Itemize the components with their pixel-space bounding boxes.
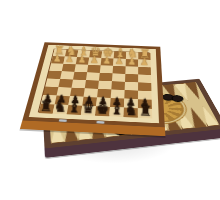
chess-frame: ♜♞♝♛♚♝♞♜♟♟♟♟♟♟♟♟♟♟♟♟♟♟♟♟♜♞♝♛♚♝♞♜	[22, 42, 165, 127]
chess-square: ♝	[109, 107, 124, 117]
chess-square: ♟	[113, 59, 126, 67]
chess-board: ♜♞♝♛♚♝♞♜♟♟♟♟♟♟♟♟♟♟♟♟♟♟♟♟♜♞♝♛♚♝♞♜	[38, 49, 151, 118]
backgammon-point	[197, 105, 220, 126]
chess-square: ♞	[124, 108, 138, 118]
chess-square: ♟	[138, 60, 151, 68]
chess-piece-pawn: ♟	[101, 56, 114, 66]
chess-square	[112, 73, 125, 81]
metal-clasp-icon	[59, 119, 67, 122]
chess-square: ♜	[138, 108, 152, 118]
chess-square: ♟	[126, 59, 139, 67]
chess-square	[99, 73, 113, 81]
chess-piece-king: ♚	[95, 101, 110, 116]
chess-piece-pawn: ♟	[63, 54, 76, 64]
chess-piece-pawn: ♟	[88, 55, 101, 65]
chess-piece-queen: ♛	[81, 101, 96, 116]
chess-square: ♟	[101, 58, 114, 66]
chess-piece-pawn: ♟	[113, 56, 126, 66]
chess-piece-rook: ♜	[138, 103, 153, 118]
chess-piece-bishop: ♝	[67, 100, 82, 115]
backgammon-point	[185, 82, 205, 100]
chess-square: ♚	[95, 106, 110, 116]
backgammon-point	[50, 120, 65, 143]
chess-piece-pawn: ♟	[76, 55, 89, 65]
chess-square	[85, 80, 99, 89]
chess-square	[72, 80, 86, 89]
chess-piece-pawn: ♟	[51, 54, 64, 64]
backgammon-checker-dark	[102, 124, 116, 133]
chess-square	[73, 72, 87, 80]
chess-piece-bishop: ♝	[109, 102, 124, 117]
backgammon-checker-dark	[113, 126, 128, 135]
backgammon-point	[173, 108, 195, 129]
chess-square: ♛	[81, 106, 96, 116]
chess-piece-knight: ♞	[124, 103, 139, 118]
chess-square	[45, 78, 60, 87]
metal-clasp-icon	[96, 121, 104, 124]
product-photo-chess-backgammon-set: ♜♞♝♛♚♝♞♜♟♟♟♟♟♟♟♟♟♟♟♟♟♟♟♟♜♞♝♛♚♝♞♜	[0, 0, 220, 200]
chess-square	[113, 66, 126, 74]
chess-piece-pawn: ♟	[126, 57, 139, 67]
chess-board-box: ♜♞♝♛♚♝♞♜♟♟♟♟♟♟♟♟♟♟♟♟♟♟♟♟♜♞♝♛♚♝♞♜	[22, 42, 165, 127]
chess-square: ♟	[88, 58, 101, 66]
chess-piece-pawn: ♟	[138, 57, 151, 67]
chess-piece-rook: ♜	[39, 99, 54, 114]
chess-piece-knight: ♞	[53, 100, 68, 115]
